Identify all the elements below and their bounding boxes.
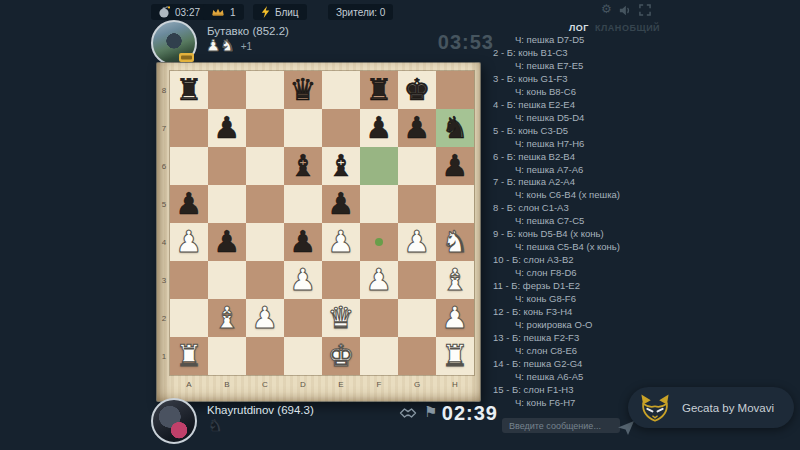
square-e1[interactable]: ♚ (322, 337, 360, 375)
file-label-h: H (436, 380, 474, 389)
log-line: 7 - Б: пешка A2-A4 (493, 176, 665, 189)
square-b1[interactable] (208, 337, 246, 375)
bottom-player-name: Khayrutdinov (694.3) (207, 404, 314, 416)
square-d8[interactable]: ♛ (284, 71, 322, 109)
square-f7[interactable]: ♟ (360, 109, 398, 147)
square-d3[interactable]: ♟ (284, 261, 322, 299)
log-line: 8 - Б: слон C1-A3 (493, 202, 665, 215)
square-e8[interactable] (322, 71, 360, 109)
tab-clan[interactable]: КЛАН (595, 23, 622, 33)
log-line: Ч: пешка A6-A5 (493, 371, 665, 384)
square-e5[interactable]: ♟ (322, 185, 360, 223)
black-pawn: ♟ (366, 109, 393, 147)
square-a6[interactable] (170, 147, 208, 185)
rank-label-6: 6 (159, 162, 169, 171)
log-line: 13 - Б: пешка F2-F3 (493, 332, 665, 345)
square-e6[interactable]: ♝ (322, 147, 360, 185)
black-bishop: ♝ (328, 147, 355, 185)
handshake-icon[interactable] (399, 406, 417, 420)
file-label-d: D (284, 380, 322, 389)
rank-label-5: 5 (159, 200, 169, 209)
spectators-label: Зрители: 0 (336, 7, 385, 18)
white-knight: ♞ (442, 223, 469, 261)
square-g1[interactable] (398, 337, 436, 375)
bottom-player-captured: ♞ (208, 417, 222, 435)
square-b8[interactable] (208, 71, 246, 109)
fullscreen-icon[interactable] (639, 4, 651, 16)
log-line: 14 - Б: пешка G2-G4 (493, 358, 665, 371)
white-bishop: ♝ (442, 261, 469, 299)
square-a8[interactable]: ♜ (170, 71, 208, 109)
square-g3[interactable] (398, 261, 436, 299)
square-h2[interactable]: ♟ (436, 299, 474, 337)
square-g4[interactable]: ♟ (398, 223, 436, 261)
square-c3[interactable] (246, 261, 284, 299)
send-icon[interactable] (618, 421, 635, 436)
log-line: 11 - Б: ферзь D1-E2 (493, 280, 665, 293)
game-timer-value: 03:27 (175, 7, 200, 18)
white-pawn: ♟ (176, 223, 203, 261)
black-pawn: ♟ (214, 109, 241, 147)
square-e4[interactable]: ♟ (322, 223, 360, 261)
square-c6[interactable] (246, 147, 284, 185)
rank-label-4: 4 (159, 238, 169, 247)
black-pawn: ♟ (328, 185, 355, 223)
lightning-icon (261, 6, 270, 18)
file-label-e: E (322, 380, 360, 389)
black-rook: ♜ (366, 71, 393, 109)
log-line: Ч: слон C8-E6 (493, 345, 665, 358)
captured-black-knight: ♞ (208, 416, 222, 435)
log-line: Ч: пешка C7-C5 (493, 215, 665, 228)
black-rook: ♜ (176, 71, 203, 109)
log-line: Ч: слон F8-D6 (493, 267, 665, 280)
game-timer-pill: 03:27 (151, 4, 208, 20)
square-d2[interactable] (284, 299, 322, 337)
log-line: 3 - Б: конь G1-F3 (493, 73, 665, 86)
square-e2[interactable]: ♛ (322, 299, 360, 337)
square-g5[interactable] (398, 185, 436, 223)
white-pawn: ♟ (442, 299, 469, 337)
mode-label: Блиц (275, 7, 299, 18)
log-line: 10 - Б: слон A3-B2 (493, 254, 665, 267)
app-window: 03:27 1 Блиц Зрители: 0 ⚙ ЛОГ КЛАН ОБЩИЙ… (0, 0, 800, 450)
watermark: Gecata by Movavi (628, 387, 794, 428)
black-pawn: ♟ (404, 109, 431, 147)
square-c2[interactable]: ♟ (246, 299, 284, 337)
rank-label-2: 2 (159, 314, 169, 323)
log-line: Ч: пешка A7-A6 (493, 164, 665, 177)
square-h8[interactable] (436, 71, 474, 109)
log-line: Ч: пешка D7-D5 (493, 34, 665, 47)
white-pawn: ♟ (404, 223, 431, 261)
file-label-a: A (170, 380, 208, 389)
square-b2[interactable]: ♝ (208, 299, 246, 337)
tab-common[interactable]: ОБЩИЙ (622, 23, 660, 33)
sound-icon[interactable] (619, 5, 631, 16)
square-d7[interactable] (284, 109, 322, 147)
top-player-captured: ♟♞ +1 (206, 37, 252, 55)
log-line: 4 - Б: пешка E2-E4 (493, 99, 665, 112)
square-b6[interactable] (208, 147, 246, 185)
rank-label-8: 8 (159, 86, 169, 95)
owl-logo-icon (638, 393, 672, 423)
black-bishop: ♝ (290, 147, 317, 185)
square-h5[interactable] (436, 185, 474, 223)
square-a3[interactable] (170, 261, 208, 299)
white-rook: ♜ (176, 337, 203, 375)
black-king: ♚ (404, 71, 431, 109)
square-b4[interactable]: ♟ (208, 223, 246, 261)
top-player-clock: 03:53 (424, 31, 494, 54)
square-h6[interactable]: ♟ (436, 147, 474, 185)
chess-board: ♜♛♜♚♟♟♟♞♝♝♟♟♟♟♟♟♟♟♞♟♟♝♝♟♛♟♜♚♜ 87654321 A… (156, 62, 481, 402)
log-line: 2 - Б: конь B1-C3 (493, 47, 665, 60)
square-f1[interactable] (360, 337, 398, 375)
log-line: Ч: конь B8-C6 (493, 86, 665, 99)
rank-label-1: 1 (159, 352, 169, 361)
square-d1[interactable] (284, 337, 322, 375)
square-f5[interactable] (360, 185, 398, 223)
log-line: Ч: конь C6-B4 (х пешка) (493, 189, 665, 202)
square-d4[interactable]: ♟ (284, 223, 322, 261)
white-pawn: ♟ (290, 261, 317, 299)
square-f2[interactable] (360, 299, 398, 337)
spectators-pill: Зрители: 0 (328, 4, 393, 20)
log-line: Ч: пешка D5-D4 (493, 112, 665, 125)
file-label-g: G (398, 380, 436, 389)
tab-log[interactable]: ЛОГ (569, 23, 589, 33)
log-line: 9 - Б: конь D5-B4 (х конь) (493, 228, 665, 241)
square-c1[interactable] (246, 337, 284, 375)
log-line: Ч: пешка H7-H6 (493, 138, 665, 151)
avatar-bottom-player (151, 398, 197, 444)
rank-label-3: 3 (159, 276, 169, 285)
bottom-player-clock: 02:39 (428, 402, 498, 425)
square-a4[interactable]: ♟ (170, 223, 208, 261)
rank-label-7: 7 (159, 124, 169, 133)
square-h4[interactable]: ♞ (436, 223, 474, 261)
square-d5[interactable] (284, 185, 322, 223)
square-g2[interactable] (398, 299, 436, 337)
mode-pill: Блиц (253, 4, 307, 20)
square-f4[interactable] (360, 223, 398, 261)
captured-white-pawn: ♟ (206, 36, 220, 55)
white-king: ♚ (328, 337, 355, 375)
white-bishop: ♝ (214, 299, 241, 337)
file-label-b: B (208, 380, 246, 389)
square-f8[interactable]: ♜ (360, 71, 398, 109)
log-line: 12 - Б: конь F3-H4 (493, 306, 665, 319)
square-f6[interactable] (360, 147, 398, 185)
crown-icon (211, 7, 225, 17)
square-g7[interactable]: ♟ (398, 109, 436, 147)
black-pawn: ♟ (442, 147, 469, 185)
square-b5[interactable] (208, 185, 246, 223)
black-pawn: ♟ (214, 223, 241, 261)
square-h3[interactable]: ♝ (436, 261, 474, 299)
square-e7[interactable] (322, 109, 360, 147)
captured-white-knight: ♞ (220, 36, 234, 55)
white-queen: ♛ (328, 299, 355, 337)
square-c5[interactable] (246, 185, 284, 223)
square-h7[interactable]: ♞ (436, 109, 474, 147)
square-a7[interactable] (170, 109, 208, 147)
white-rook: ♜ (442, 337, 469, 375)
square-c8[interactable] (246, 71, 284, 109)
avatar-badge-icon (179, 51, 194, 62)
file-label-f: F (360, 380, 398, 389)
black-knight: ♞ (442, 109, 469, 147)
watermark-text: Gecata by Movavi (682, 402, 774, 414)
white-pawn: ♟ (366, 261, 393, 299)
square-a1[interactable]: ♜ (170, 337, 208, 375)
square-g6[interactable] (398, 147, 436, 185)
square-a5[interactable]: ♟ (170, 185, 208, 223)
square-c4[interactable] (246, 223, 284, 261)
log-line: Ч: конь G8-F6 (493, 293, 665, 306)
log-line: Ч: пешка E7-E5 (493, 60, 665, 73)
square-b7[interactable]: ♟ (208, 109, 246, 147)
square-e3[interactable] (322, 261, 360, 299)
crowns-count: 1 (230, 7, 236, 18)
white-pawn: ♟ (328, 223, 355, 261)
log-line: Ч: пешка C5-B4 (х конь) (493, 241, 665, 254)
white-pawn: ♟ (252, 299, 279, 337)
square-a2[interactable] (170, 299, 208, 337)
file-label-c: C (246, 380, 284, 389)
crowns-pill: 1 (203, 4, 244, 20)
material-bonus: +1 (241, 41, 252, 52)
chat-message-input[interactable] (502, 418, 620, 433)
log-line: 6 - Б: пешка B2-B4 (493, 151, 665, 164)
board-grid: ♜♛♜♚♟♟♟♞♝♝♟♟♟♟♟♟♟♟♞♟♟♝♝♟♛♟♜♚♜ (170, 71, 474, 375)
black-pawn: ♟ (290, 223, 317, 261)
log-line: Ч: рокировка O-O (493, 319, 665, 332)
gear-icon[interactable]: ⚙ (601, 3, 612, 15)
square-h1[interactable]: ♜ (436, 337, 474, 375)
log-line: 5 - Б: конь C3-D5 (493, 125, 665, 138)
square-f3[interactable]: ♟ (360, 261, 398, 299)
square-c7[interactable] (246, 109, 284, 147)
black-pawn: ♟ (176, 185, 203, 223)
square-g8[interactable]: ♚ (398, 71, 436, 109)
move-hint-dot (375, 238, 383, 246)
move-log[interactable]: Ч: пешка D7-D52 - Б: конь B1-C3Ч: пешка … (493, 34, 665, 410)
bomb-timer-icon (159, 6, 170, 18)
square-b3[interactable] (208, 261, 246, 299)
black-queen: ♛ (290, 71, 317, 109)
square-d6[interactable]: ♝ (284, 147, 322, 185)
